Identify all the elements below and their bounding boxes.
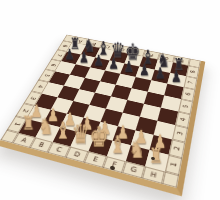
square-e5[interactable] — [111, 85, 132, 100]
file-label-text: F — [149, 53, 153, 57]
rank-label-text: 8 — [190, 70, 197, 74]
file-label-text: G — [164, 55, 170, 60]
rank-label: 3 — [172, 125, 188, 143]
rank-label-text: 7 — [187, 81, 194, 85]
square-f6[interactable] — [132, 77, 152, 92]
file-label-text: H — [150, 171, 157, 179]
rank-label-text: 5 — [182, 104, 189, 109]
file-label-text: C — [55, 146, 63, 153]
rank-label-text: 4 — [179, 117, 187, 122]
rank-label-text: 6 — [50, 63, 57, 67]
rank-label-text: 7 — [56, 54, 63, 57]
black-pawn-h7[interactable]: ♟ — [166, 68, 185, 84]
file-label-text: A — [20, 137, 28, 144]
white-rook-h1[interactable]: ♜ — [144, 146, 167, 167]
product-photo-background: ABCDEFGH8♜♞♝♛♚♝♞♜87♟♟♟♟♟♟♟♟7665544332♟♟♟… — [0, 0, 220, 200]
rank-label-text: 2 — [173, 146, 181, 152]
file-label-text: E — [92, 156, 99, 163]
file-label-text: B — [37, 141, 45, 148]
file-label-text: D — [73, 151, 81, 159]
rank-label-text: 3 — [176, 131, 184, 136]
rank-label-text: 6 — [185, 92, 192, 96]
border-corner-cell — [162, 172, 179, 188]
border-corner-cell — [0, 130, 18, 144]
file-label-text: G — [130, 166, 138, 174]
file-label-text: H — [179, 58, 184, 63]
rank-label: 5 — [178, 99, 193, 114]
rank-label: 4 — [31, 80, 49, 94]
rank-label-text: 4 — [36, 85, 43, 89]
rank-label-text: 1 — [170, 162, 178, 168]
chess-board: ABCDEFGH8♜♞♝♛♚♝♞♜87♟♟♟♟♟♟♟♟7665544332♟♟♟… — [0, 35, 205, 197]
rank-label-text: 5 — [43, 74, 50, 78]
